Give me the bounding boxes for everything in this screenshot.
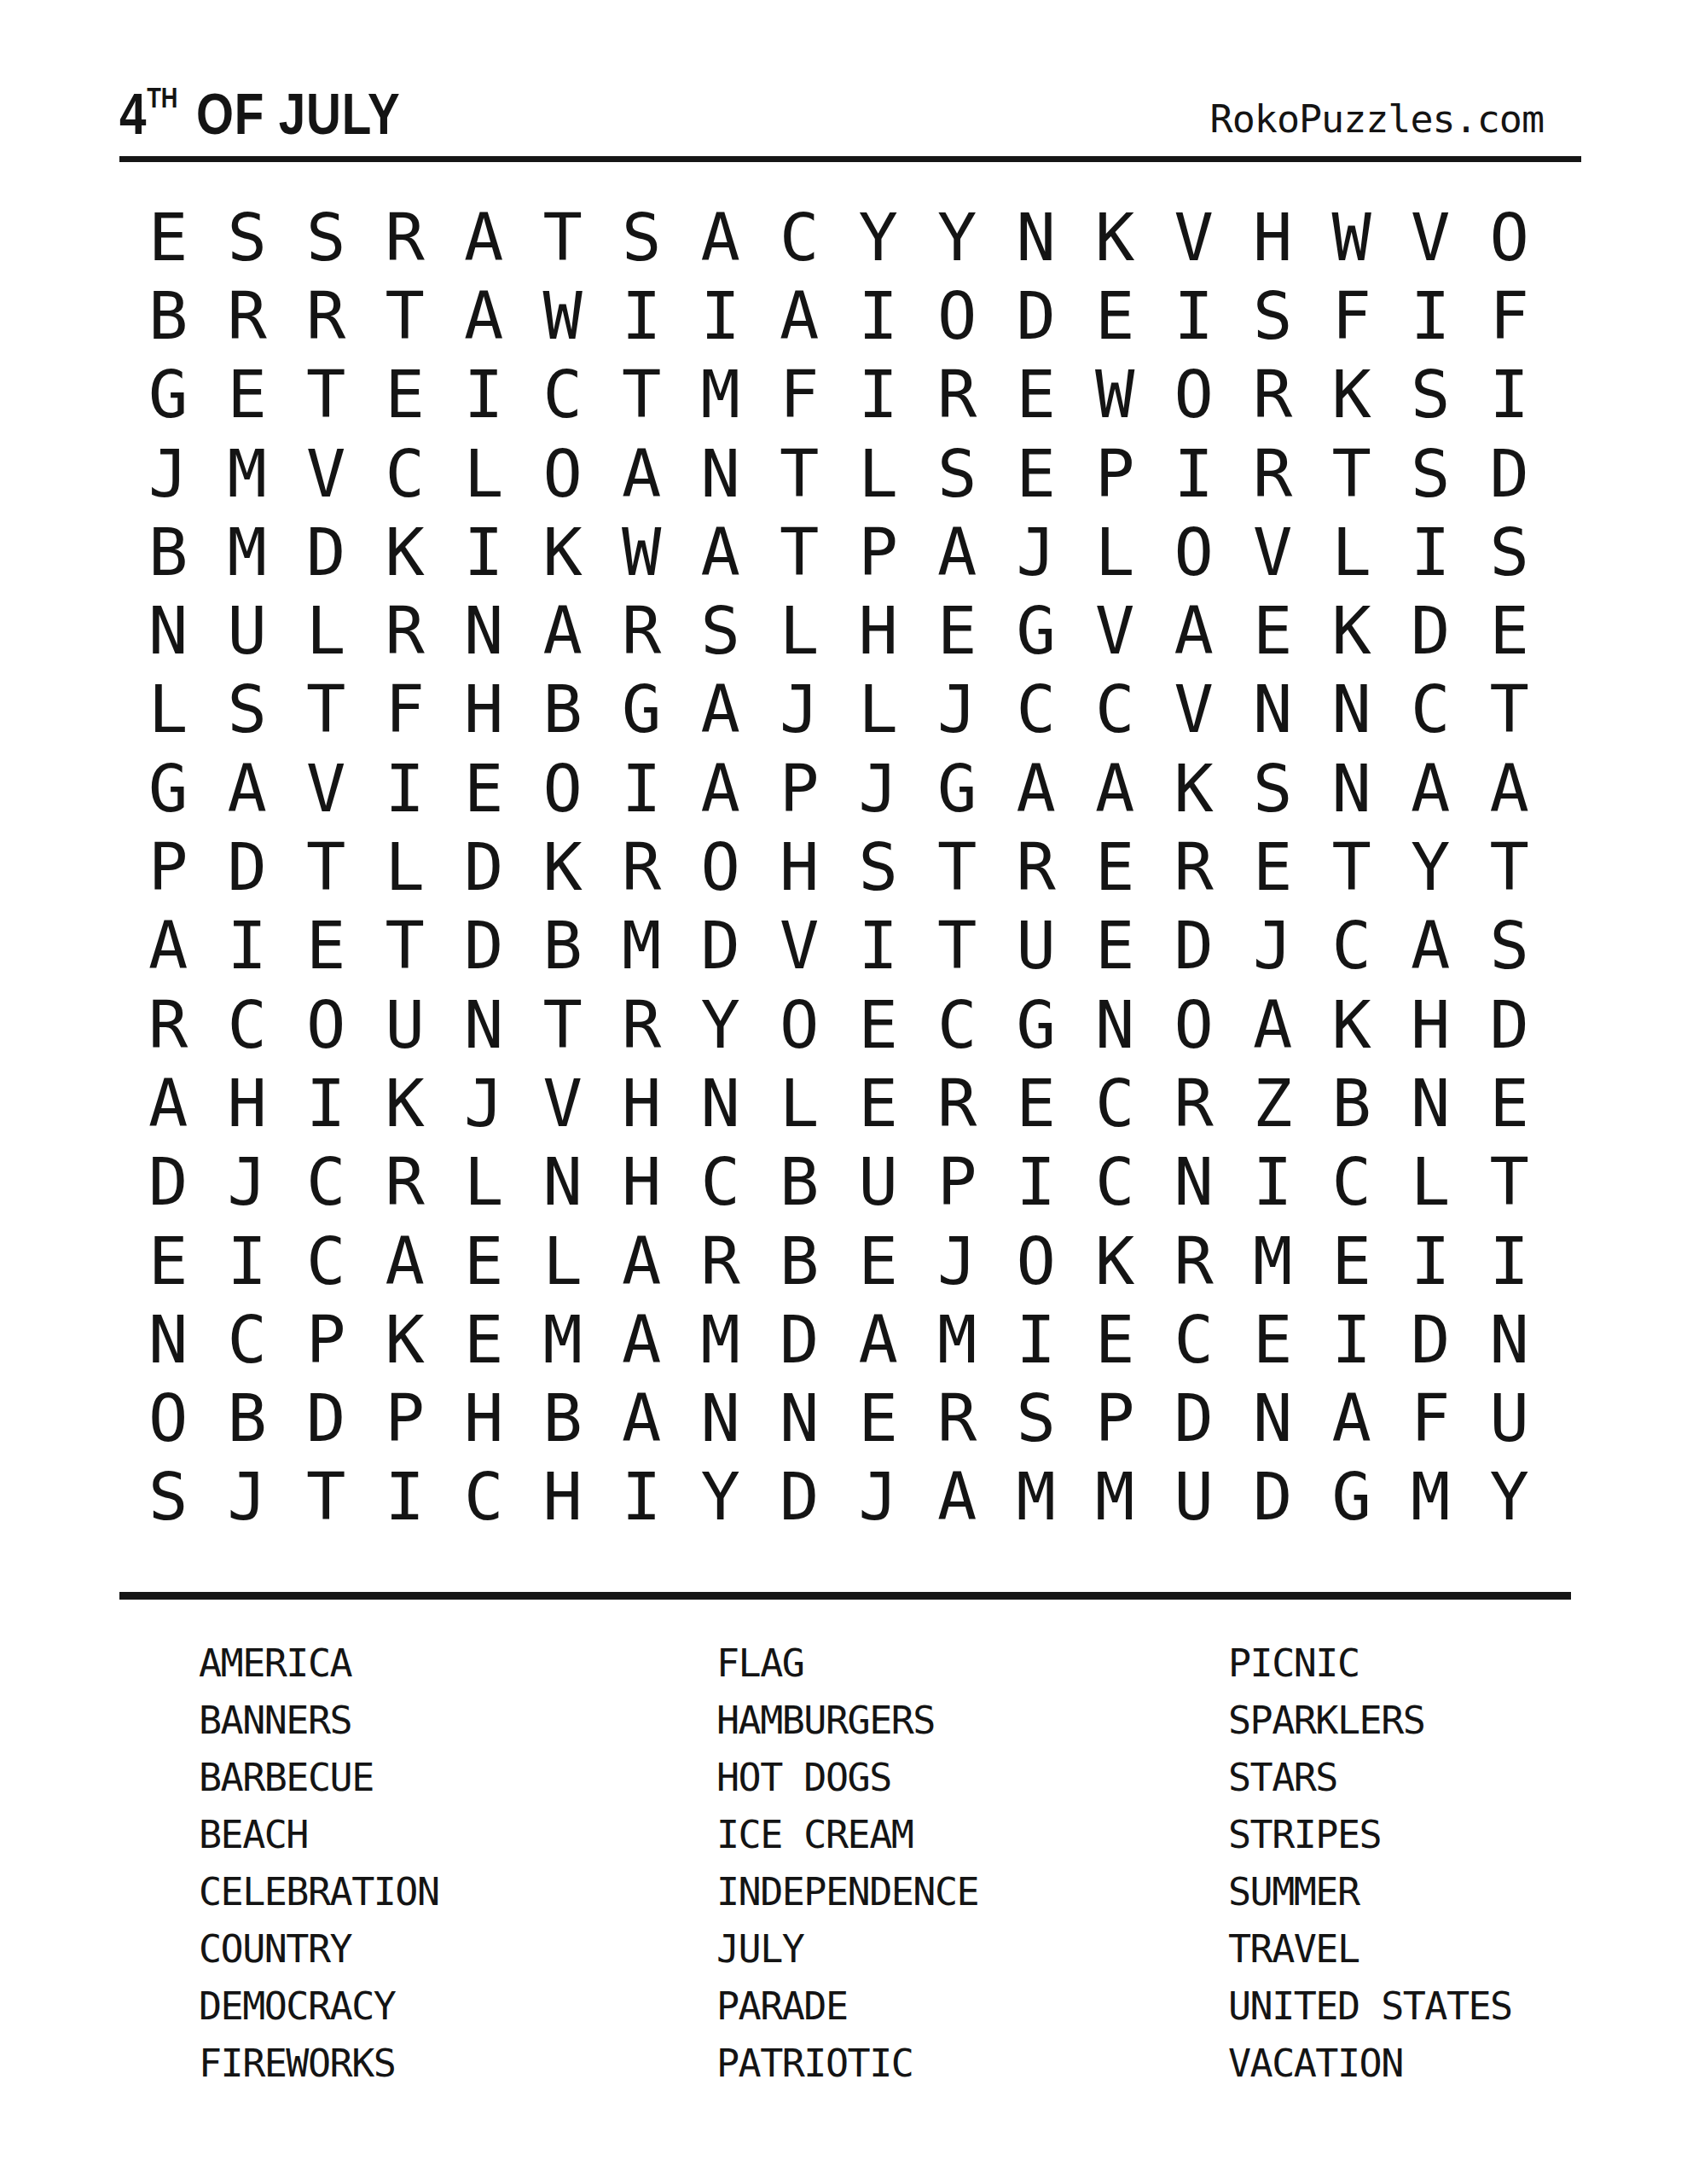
grid-cell: D [208, 828, 287, 906]
grid-cell: E [918, 591, 997, 670]
grid-cell: E [839, 985, 919, 1064]
grid-cell: C [1075, 671, 1155, 749]
grid-cell: D [1470, 434, 1550, 513]
grid-cell: V [1075, 591, 1155, 670]
grid-cell: A [366, 1222, 445, 1300]
grid-cell: P [918, 1143, 997, 1222]
word-list-column-1: AMERICABANNERSBARBECUEBEACHCELEBRATIONCO… [199, 1635, 439, 2092]
grid-cell: H [524, 1458, 603, 1536]
grid-cell: R [366, 198, 445, 276]
grid-cell: F [366, 671, 445, 749]
grid-cell: D [1155, 1379, 1234, 1457]
grid-cell: N [1313, 749, 1392, 828]
word-item: HAMBURGERS [716, 1692, 978, 1749]
grid-cell: S [997, 1379, 1076, 1457]
grid-cell: E [129, 1222, 208, 1300]
grid-cell: L [524, 1222, 603, 1300]
grid-cell: A [129, 1064, 208, 1142]
word-item: FLAG [716, 1635, 978, 1692]
grid-cell: K [1313, 985, 1392, 1064]
grid-cell: J [839, 749, 919, 828]
grid-cell: R [602, 828, 681, 906]
word-item: TRAVEL [1228, 1920, 1512, 1978]
grid-cell: V [524, 1064, 603, 1142]
grid-cell: P [366, 1379, 445, 1457]
grid-cell: V [760, 907, 839, 985]
grid-cell: I [1155, 276, 1234, 355]
grid-cell: E [1233, 828, 1313, 906]
grid-cell: H [1391, 985, 1470, 1064]
word-item: SPARKLERS [1228, 1692, 1512, 1749]
grid-cell: A [997, 749, 1076, 828]
grid-cell: L [444, 434, 524, 513]
grid-cell: O [1155, 985, 1234, 1064]
grid-cell: I [839, 907, 919, 985]
grid-cell: N [444, 591, 524, 670]
grid-cell: A [1470, 749, 1550, 828]
grid-cell: A [681, 513, 761, 591]
grid-cell: B [524, 907, 603, 985]
grid-cell: V [287, 749, 366, 828]
grid-cell: D [1470, 985, 1550, 1064]
grid-cell: I [1313, 1300, 1392, 1379]
grid-cell: T [1470, 671, 1550, 749]
word-item: VACATION [1228, 2035, 1512, 2092]
grid-cell: K [524, 513, 603, 591]
grid-cell: A [444, 198, 524, 276]
word-item: INDEPENDENCE [716, 1863, 978, 1920]
grid-cell: E [444, 1222, 524, 1300]
word-list-column-3: PICNICSPARKLERSSTARSSTRIPESSUMMERTRAVELU… [1228, 1635, 1512, 2092]
grid-cell: I [839, 276, 919, 355]
grid-cell: Y [918, 198, 997, 276]
grid-cell: O [918, 276, 997, 355]
grid-cell: S [1391, 434, 1470, 513]
grid-cell: C [1075, 1143, 1155, 1222]
grid-cell: D [1391, 1300, 1470, 1379]
grid-cell: J [444, 1064, 524, 1142]
grid-cell: S [129, 1458, 208, 1536]
grid-cell: C [1313, 1143, 1392, 1222]
grid-cell: N [524, 1143, 603, 1222]
grid-cell: L [1075, 513, 1155, 591]
grid-cell: D [681, 907, 761, 985]
grid-cell: T [918, 828, 997, 906]
grid-cell: E [366, 356, 445, 434]
word-item: STARS [1228, 1749, 1512, 1806]
grid-cell: P [287, 1300, 366, 1379]
grid-cell: Y [681, 985, 761, 1064]
grid-cell: E [129, 198, 208, 276]
grid-cell: Z [1233, 1064, 1313, 1142]
grid-cell: T [524, 198, 603, 276]
grid-cell: N [444, 985, 524, 1064]
word-item: FIREWORKS [199, 2035, 439, 2092]
grid-cell: R [602, 591, 681, 670]
grid-cell: C [208, 985, 287, 1064]
grid-cell: K [1075, 1222, 1155, 1300]
grid-cell: M [208, 513, 287, 591]
grid-cell: I [997, 1300, 1076, 1379]
grid-cell: S [287, 198, 366, 276]
grid-cell: A [524, 591, 603, 670]
grid-cell: M [1391, 1458, 1470, 1536]
grid-cell: M [681, 1300, 761, 1379]
grid-cell: S [1470, 907, 1550, 985]
grid-cell: M [1075, 1458, 1155, 1536]
grid-cell: O [524, 749, 603, 828]
grid-cell: A [1391, 907, 1470, 985]
word-item: BARBECUE [199, 1749, 439, 1806]
grid-cell: E [997, 356, 1076, 434]
grid-cell: H [839, 591, 919, 670]
grid-cell: B [760, 1143, 839, 1222]
word-item: PARADE [716, 1978, 978, 2035]
grid-cell: N [681, 1064, 761, 1142]
grid-cell: I [1391, 276, 1470, 355]
grid-cell: A [602, 434, 681, 513]
grid-cell: T [918, 907, 997, 985]
header: 4THOF JULY RokoPuzzles.com [119, 75, 1544, 143]
grid-cell: I [1470, 356, 1550, 434]
word-item: BANNERS [199, 1692, 439, 1749]
grid-cell: O [1470, 198, 1550, 276]
grid-cell: D [997, 276, 1076, 355]
word-item: CELEBRATION [199, 1863, 439, 1920]
grid-cell: L [129, 671, 208, 749]
grid-cell: K [524, 828, 603, 906]
grid-cell: B [129, 276, 208, 355]
grid-cell: C [1313, 907, 1392, 985]
grid-cell: M [524, 1300, 603, 1379]
grid-cell: T [287, 828, 366, 906]
grid-cell: V [1233, 513, 1313, 591]
grid-cell: E [839, 1379, 919, 1457]
grid-cell: T [366, 907, 445, 985]
grid-cell: H [602, 1143, 681, 1222]
grid-cell: N [1391, 1064, 1470, 1142]
grid-cell: G [602, 671, 681, 749]
grid-cell: P [760, 749, 839, 828]
grid-cell: W [1313, 198, 1392, 276]
grid-cell: O [681, 828, 761, 906]
title-ordinal: TH [147, 84, 177, 112]
grid-cell: F [760, 356, 839, 434]
puzzle-page: 4THOF JULY RokoPuzzles.com ESSRATSACYYNK… [0, 0, 1687, 2184]
grid-cell: C [918, 985, 997, 1064]
grid-cell: A [681, 671, 761, 749]
grid-cell: N [1233, 1379, 1313, 1457]
grid-cell: T [1470, 1143, 1550, 1222]
grid-cell: N [129, 591, 208, 670]
grid-cell: A [208, 749, 287, 828]
grid-cell: N [760, 1379, 839, 1457]
grid-cell: V [1155, 671, 1234, 749]
grid-cell: R [997, 828, 1076, 906]
grid-cell: A [129, 907, 208, 985]
grid-cell: J [918, 1222, 997, 1300]
grid-cell: W [524, 276, 603, 355]
grid-cell: L [287, 591, 366, 670]
grid-cell: C [1075, 1064, 1155, 1142]
grid-cell: R [918, 1064, 997, 1142]
grid-cell: I [1155, 434, 1234, 513]
grid-cell: N [997, 198, 1076, 276]
grid-cell: E [1233, 591, 1313, 670]
grid-cell: S [1391, 356, 1470, 434]
grid-cell: G [129, 749, 208, 828]
grid-cell: D [444, 828, 524, 906]
grid-cell: S [1233, 749, 1313, 828]
grid-cell: A [602, 1222, 681, 1300]
word-item: PATRIOTIC [716, 2035, 978, 2092]
word-item: HOT DOGS [716, 1749, 978, 1806]
grid-cell: R [287, 276, 366, 355]
grid-cell: A [1391, 749, 1470, 828]
grid-cell: I [681, 276, 761, 355]
grid-cell: U [839, 1143, 919, 1222]
grid-cell: A [760, 276, 839, 355]
grid-cell: Y [1391, 828, 1470, 906]
grid-cell: A [1233, 985, 1313, 1064]
grid-cell: O [129, 1379, 208, 1457]
grid-cell: S [1470, 513, 1550, 591]
grid-cell: I [839, 356, 919, 434]
grid-cell: A [681, 749, 761, 828]
grid-cell: E [208, 356, 287, 434]
grid-cell: T [287, 671, 366, 749]
grid-cell: I [602, 749, 681, 828]
word-item: SUMMER [1228, 1863, 1512, 1920]
grid-cell: E [1075, 907, 1155, 985]
grid-cell: C [208, 1300, 287, 1379]
grid-cell: T [1313, 828, 1392, 906]
grid-cell: C [366, 434, 445, 513]
site-name: RokoPuzzles.com [1210, 100, 1544, 143]
grid-cell: B [524, 671, 603, 749]
grid-cell: M [602, 907, 681, 985]
grid-cell: A [444, 276, 524, 355]
grid-cell: I [366, 749, 445, 828]
title-number: 4 [119, 81, 147, 147]
grid-cell: E [1470, 591, 1550, 670]
grid-cell: K [366, 1300, 445, 1379]
grid-cell: R [1155, 1222, 1234, 1300]
grid-cell: O [997, 1222, 1076, 1300]
grid-cell: N [1155, 1143, 1234, 1222]
grid-cell: N [1075, 985, 1155, 1064]
grid-cell: D [1391, 591, 1470, 670]
grid-cell: A [602, 1379, 681, 1457]
grid-cell: G [997, 591, 1076, 670]
grid-cell: T [760, 513, 839, 591]
grid-cell: P [1075, 1379, 1155, 1457]
grid-cell: N [1233, 671, 1313, 749]
grid-cell: B [524, 1379, 603, 1457]
grid-cell: H [602, 1064, 681, 1142]
grid-cell: M [1233, 1222, 1313, 1300]
grid-cell: R [366, 591, 445, 670]
grid-cell: E [997, 1064, 1076, 1142]
grid-cell: Y [839, 198, 919, 276]
grid-cell: U [1470, 1379, 1550, 1457]
grid-cell: D [760, 1300, 839, 1379]
grid-cell: M [208, 434, 287, 513]
grid-cell: N [129, 1300, 208, 1379]
grid-cell: J [1233, 907, 1313, 985]
grid-cell: C [681, 1143, 761, 1222]
grid-cell: T [366, 276, 445, 355]
grid-cell: D [1155, 907, 1234, 985]
grid-cell: B [208, 1379, 287, 1457]
grid-cell: C [997, 671, 1076, 749]
grid-cell: B [129, 513, 208, 591]
grid-cell: J [918, 671, 997, 749]
grid-cell: D [1233, 1458, 1313, 1536]
grid-cell: B [760, 1222, 839, 1300]
grid-cell: O [1155, 356, 1234, 434]
grid-cell: N [681, 434, 761, 513]
grid-cell: D [287, 1379, 366, 1457]
grid-cell: C [287, 1143, 366, 1222]
grid-cell: H [444, 671, 524, 749]
grid-cell: A [681, 198, 761, 276]
grid-cell: C [1391, 671, 1470, 749]
grid-cell: C [524, 356, 603, 434]
grid-cell: N [1470, 1300, 1550, 1379]
grid-cell: I [1470, 1222, 1550, 1300]
grid-cell: W [1075, 356, 1155, 434]
grid-cell: E [1075, 1300, 1155, 1379]
grid-cell: T [287, 1458, 366, 1536]
grid-cell: E [1075, 276, 1155, 355]
grid-cell: T [1470, 828, 1550, 906]
grid-cell: M [918, 1300, 997, 1379]
word-item: COUNTRY [199, 1920, 439, 1978]
grid-cell: E [287, 907, 366, 985]
grid-cell: E [1470, 1064, 1550, 1142]
grid-cell: C [1155, 1300, 1234, 1379]
grid-cell: K [366, 513, 445, 591]
grid-cell: T [602, 356, 681, 434]
grid-cell: H [1233, 198, 1313, 276]
grid-cell: U [1155, 1458, 1234, 1536]
grid-cell: D [129, 1143, 208, 1222]
title-rest: OF JULY [196, 81, 400, 147]
grid-cell: D [444, 907, 524, 985]
grid-cell: I [602, 276, 681, 355]
grid-cell: L [444, 1143, 524, 1222]
grid-cell: I [208, 907, 287, 985]
title-divider-line [119, 156, 1581, 162]
grid-cell: U [366, 985, 445, 1064]
grid-cell: I [208, 1222, 287, 1300]
grid-cell: E [839, 1064, 919, 1142]
grid-cell: I [1391, 1222, 1470, 1300]
word-item: ICE CREAM [716, 1806, 978, 1863]
grid-cell: K [1313, 356, 1392, 434]
word-item: BEACH [199, 1806, 439, 1863]
grid-cell: F [1391, 1379, 1470, 1457]
grid-cell: K [366, 1064, 445, 1142]
grid-cell: Y [681, 1458, 761, 1536]
grid-cell: N [1313, 671, 1392, 749]
grid-cell: J [760, 671, 839, 749]
grid-cell: Y [1470, 1458, 1550, 1536]
grid-cell: U [997, 907, 1076, 985]
grid-cell: J [208, 1143, 287, 1222]
grid-cell: I [287, 1064, 366, 1142]
grid-cell: I [1391, 513, 1470, 591]
grid-cell: J [208, 1458, 287, 1536]
word-item: JULY [716, 1920, 978, 1978]
grid-cell: T [524, 985, 603, 1064]
grid-cell: I [602, 1458, 681, 1536]
word-item: STRIPES [1228, 1806, 1512, 1863]
grid-cell: C [760, 198, 839, 276]
grid-cell: E [839, 1222, 919, 1300]
grid-cell: A [1075, 749, 1155, 828]
grid-cell: R [1155, 828, 1234, 906]
grid-cell: R [129, 985, 208, 1064]
grid-cell: C [444, 1458, 524, 1536]
grid-cell: O [1155, 513, 1234, 591]
grid-cell: G [1313, 1458, 1392, 1536]
grid-cell: K [1313, 591, 1392, 670]
grid-cell: L [839, 434, 919, 513]
grid-cell: S [208, 671, 287, 749]
grid-cell: I [444, 513, 524, 591]
grid-cell: J [997, 513, 1076, 591]
grid-cell: V [1391, 198, 1470, 276]
grid-cell: T [1313, 434, 1392, 513]
word-item: AMERICA [199, 1635, 439, 1692]
grid-cell: M [681, 356, 761, 434]
grid-cell: E [997, 434, 1076, 513]
grid-cell: R [366, 1143, 445, 1222]
grid-cell: E [1233, 1300, 1313, 1379]
grid-cell: S [839, 828, 919, 906]
grid-cell: J [129, 434, 208, 513]
grid-cell: O [287, 985, 366, 1064]
word-list-column-2: FLAGHAMBURGERSHOT DOGSICE CREAMINDEPENDE… [716, 1635, 978, 2092]
grid-cell: T [760, 434, 839, 513]
grid-cell: J [839, 1458, 919, 1536]
grid-cell: G [997, 985, 1076, 1064]
grid-cell: D [760, 1458, 839, 1536]
grid-cell: A [918, 513, 997, 591]
grid-cell: S [208, 198, 287, 276]
grid-cell: L [1391, 1143, 1470, 1222]
word-grid: ESSRATSACYYNKVHWVOBRRTAWIIAIODEISFIFGETE… [129, 198, 1549, 1536]
grid-cell: S [602, 198, 681, 276]
grid-divider-line [119, 1592, 1571, 1600]
grid-cell: P [129, 828, 208, 906]
word-item: DEMOCRACY [199, 1978, 439, 2035]
grid-cell: L [760, 1064, 839, 1142]
grid-cell: E [1075, 828, 1155, 906]
grid-cell: I [997, 1143, 1076, 1222]
grid-cell: L [839, 671, 919, 749]
grid-cell: K [1155, 749, 1234, 828]
grid-cell: O [524, 434, 603, 513]
grid-cell: O [760, 985, 839, 1064]
grid-cell: S [918, 434, 997, 513]
grid-cell: E [1313, 1222, 1392, 1300]
word-item: PICNIC [1228, 1635, 1512, 1692]
grid-cell: G [918, 749, 997, 828]
grid-cell: U [208, 591, 287, 670]
